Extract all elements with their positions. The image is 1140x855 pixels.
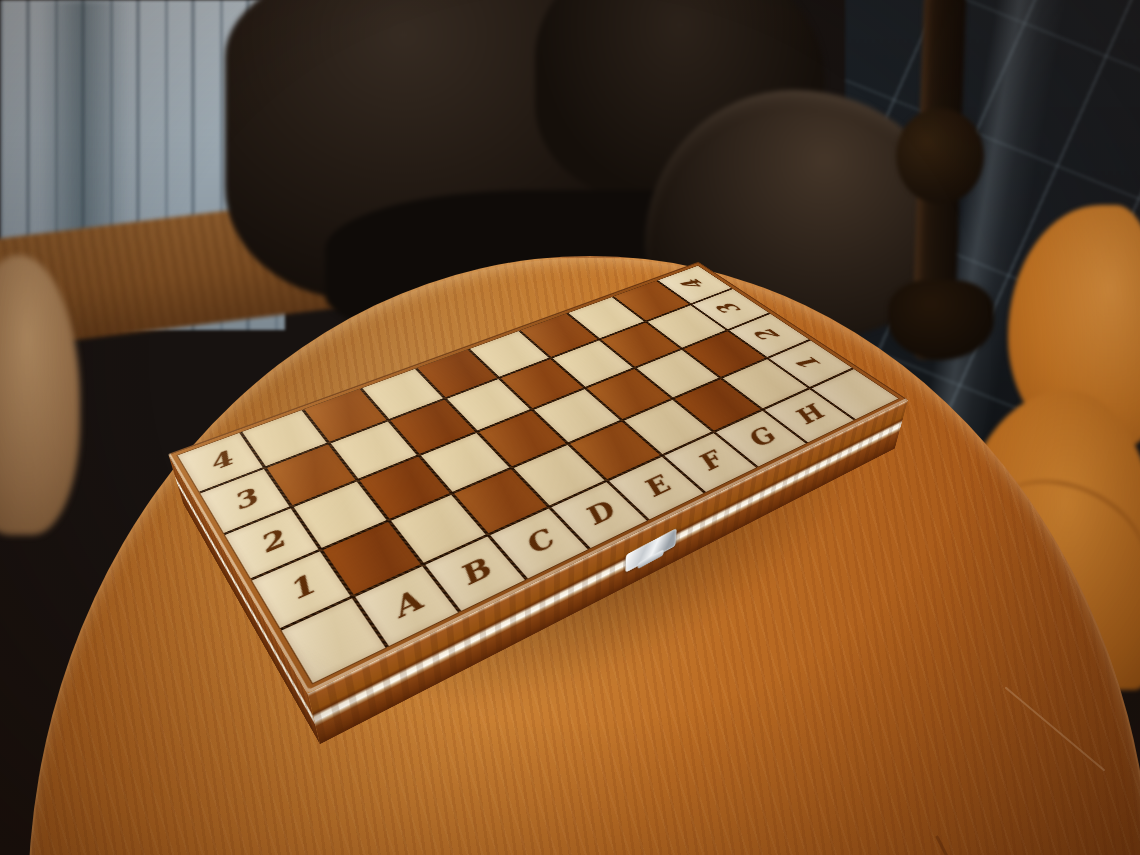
burned-coordinate-glyph: D — [578, 499, 621, 529]
burned-coordinate-glyph: G — [741, 425, 781, 450]
burned-coordinate-glyph: 3 — [228, 486, 262, 513]
burned-coordinate-glyph: 2 — [752, 326, 785, 343]
burned-coordinate-glyph: C — [518, 527, 559, 558]
leg-bulb — [896, 108, 984, 204]
burned-coordinate-glyph: 2 — [254, 527, 289, 557]
burned-coordinate-glyph: 1 — [282, 572, 319, 605]
burned-coordinate-glyph: B — [453, 556, 496, 590]
photo-scene: 44332211ABCDEFGH — [0, 0, 1140, 855]
table-veneer-seam — [935, 835, 1087, 855]
burned-coordinate-glyph: E — [637, 474, 676, 501]
burned-coordinate-glyph: H — [788, 403, 829, 428]
burned-coordinate-glyph: 4 — [204, 449, 236, 474]
burned-coordinate-glyph: F — [691, 449, 728, 474]
burned-coordinate-glyph: 3 — [714, 301, 746, 317]
table-scratch — [1005, 686, 1106, 771]
burned-coordinate-glyph: A — [385, 587, 427, 622]
burned-coordinate-glyph: 1 — [793, 354, 827, 372]
burned-coordinate-glyph: 4 — [679, 277, 710, 292]
